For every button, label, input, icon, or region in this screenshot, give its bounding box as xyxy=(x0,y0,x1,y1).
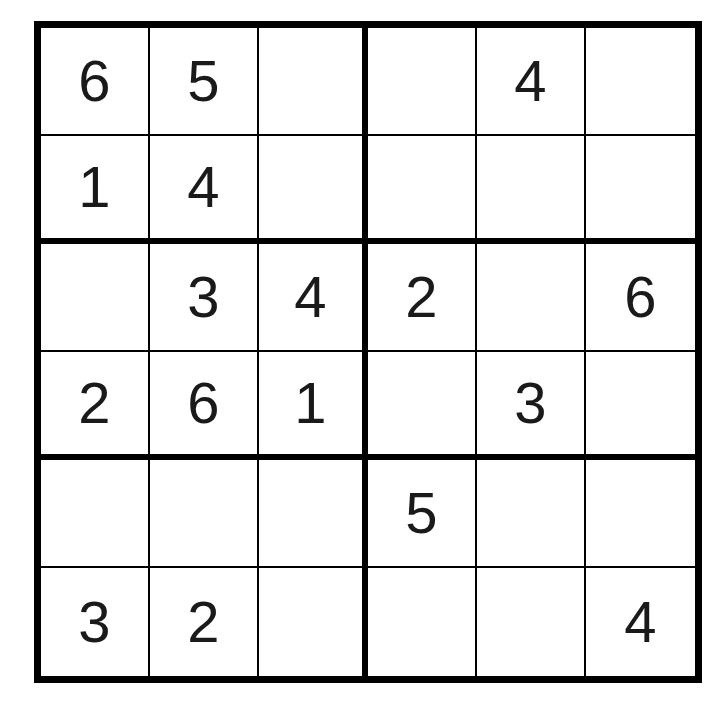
cell-r4c3[interactable]: 1 xyxy=(259,352,368,460)
cell-r1c2[interactable]: 5 xyxy=(150,28,259,136)
cell-r6c3[interactable] xyxy=(259,568,368,676)
cell-r5c2[interactable] xyxy=(150,460,259,568)
cell-r2c2[interactable]: 4 xyxy=(150,136,259,244)
cell-r4c2[interactable]: 6 xyxy=(150,352,259,460)
cell-r6c6[interactable]: 4 xyxy=(586,568,695,676)
cell-r6c1[interactable]: 3 xyxy=(41,568,150,676)
cell-r5c1[interactable] xyxy=(41,460,150,568)
cell-r1c4[interactable] xyxy=(368,28,477,136)
cell-r2c3[interactable] xyxy=(259,136,368,244)
cell-r4c1[interactable]: 2 xyxy=(41,352,150,460)
cell-r4c5[interactable]: 3 xyxy=(477,352,586,460)
cell-r3c5[interactable] xyxy=(477,244,586,352)
cell-r2c5[interactable] xyxy=(477,136,586,244)
cell-r5c6[interactable] xyxy=(586,460,695,568)
cell-r5c4[interactable]: 5 xyxy=(368,460,477,568)
cell-r2c6[interactable] xyxy=(586,136,695,244)
cell-r6c2[interactable]: 2 xyxy=(150,568,259,676)
cell-r6c5[interactable] xyxy=(477,568,586,676)
cell-r1c3[interactable] xyxy=(259,28,368,136)
cell-r2c1[interactable]: 1 xyxy=(41,136,150,244)
cell-r4c4[interactable] xyxy=(368,352,477,460)
cell-r4c6[interactable] xyxy=(586,352,695,460)
cell-r3c4[interactable]: 2 xyxy=(368,244,477,352)
cell-r3c3[interactable]: 4 xyxy=(259,244,368,352)
cell-r5c5[interactable] xyxy=(477,460,586,568)
sudoku-board: 65414342626135324 xyxy=(34,21,702,683)
cell-r1c5[interactable]: 4 xyxy=(477,28,586,136)
cell-r5c3[interactable] xyxy=(259,460,368,568)
cell-r6c4[interactable] xyxy=(368,568,477,676)
cell-r3c2[interactable]: 3 xyxy=(150,244,259,352)
cell-r2c4[interactable] xyxy=(368,136,477,244)
cell-r1c1[interactable]: 6 xyxy=(41,28,150,136)
cell-r1c6[interactable] xyxy=(586,28,695,136)
cell-r3c6[interactable]: 6 xyxy=(586,244,695,352)
cell-r3c1[interactable] xyxy=(41,244,150,352)
